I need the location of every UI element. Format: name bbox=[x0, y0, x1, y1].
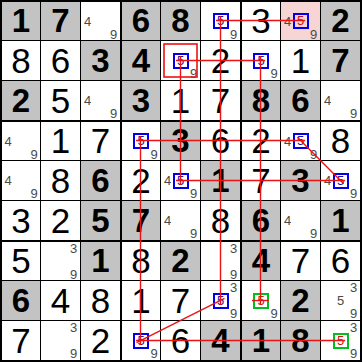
solved-digit: 8 bbox=[201, 201, 240, 240]
given-digit: 4 bbox=[122, 41, 160, 80]
cell-r7c7[interactable]: 4 bbox=[242, 242, 280, 280]
candidate-4[interactable]: 4 bbox=[161, 214, 174, 227]
solved-digit: 2 bbox=[242, 122, 280, 160]
cell-r6c5[interactable]: 49 bbox=[161, 201, 200, 240]
cell-r4c3[interactable]: 7 bbox=[81, 122, 120, 160]
solved-digit: 2 bbox=[81, 321, 120, 360]
given-digit: 8 bbox=[281, 321, 320, 360]
cell-r9c5[interactable]: 6 bbox=[161, 321, 200, 360]
cell-r3c1[interactable]: 2 bbox=[2, 81, 40, 120]
cell-r1c1[interactable]: 1 bbox=[2, 2, 40, 40]
cell-r2c7[interactable]: 59 bbox=[242, 41, 280, 80]
given-digit: 2 bbox=[161, 242, 200, 280]
given-digit: 1 bbox=[242, 321, 280, 360]
cell-r2c3[interactable]: 3 bbox=[81, 41, 120, 80]
cell-r1c4[interactable]: 6 bbox=[122, 2, 160, 40]
cell-r5c7[interactable]: 7 bbox=[242, 161, 280, 200]
solved-digit: 1 bbox=[161, 81, 200, 120]
given-digit: 2 bbox=[2, 81, 40, 120]
cell-r6c7[interactable]: 6 bbox=[242, 201, 280, 240]
solved-digit: 6 bbox=[321, 242, 360, 280]
cell-r3c5[interactable]: 1 bbox=[161, 81, 200, 120]
given-digit: 1 bbox=[321, 201, 360, 240]
solved-digit: 1 bbox=[281, 41, 320, 80]
candidate-9[interactable]: 9 bbox=[347, 347, 360, 360]
cell-r9c1[interactable]: 7 bbox=[2, 321, 40, 360]
cell-r9c8[interactable]: 8 bbox=[281, 321, 320, 360]
candidate-9[interactable]: 9 bbox=[187, 67, 200, 80]
cell-r9c6[interactable]: 4 bbox=[201, 321, 240, 360]
candidate-9[interactable]: 9 bbox=[187, 227, 200, 240]
candidate-9[interactable]: 9 bbox=[227, 28, 240, 41]
cell-r5c4[interactable]: 2 bbox=[122, 161, 160, 200]
cell-r1c6[interactable]: 59 bbox=[201, 2, 240, 40]
cell-r3c8[interactable]: 6 bbox=[281, 81, 320, 120]
given-digit: 3 bbox=[161, 122, 200, 160]
cell-r7c5[interactable]: 2 bbox=[161, 242, 200, 280]
candidate-9[interactable]: 9 bbox=[307, 227, 320, 240]
candidate-9[interactable]: 9 bbox=[307, 28, 320, 41]
cell-r5c9[interactable]: 459 bbox=[321, 161, 360, 200]
cell-r7c2[interactable]: 39 bbox=[41, 242, 80, 280]
cell-r8c9[interactable]: 359 bbox=[321, 281, 360, 320]
cell-r2c5[interactable]: 59 bbox=[161, 41, 200, 80]
cell-r5c8[interactable]: 3 bbox=[281, 161, 320, 200]
given-digit: 8 bbox=[161, 2, 200, 40]
cell-r1c5[interactable]: 8 bbox=[161, 2, 200, 40]
solved-digit: 8 bbox=[2, 41, 40, 80]
candidate-5[interactable]: 5 bbox=[334, 294, 347, 307]
solved-digit: 8 bbox=[41, 161, 80, 200]
cell-r1c7[interactable]: 3 bbox=[242, 2, 280, 40]
cell-r1c3[interactable]: 49 bbox=[81, 2, 120, 40]
candidate-9[interactable]: 9 bbox=[28, 187, 41, 200]
given-digit: 6 bbox=[281, 81, 320, 120]
given-digit: 3 bbox=[281, 161, 320, 200]
candidate-9[interactable]: 9 bbox=[307, 148, 320, 161]
candidate-9[interactable]: 9 bbox=[28, 148, 41, 161]
given-digit: 6 bbox=[2, 281, 40, 320]
cell-r8c7[interactable]: 59 bbox=[242, 281, 280, 320]
solved-digit: 1 bbox=[122, 281, 160, 320]
cell-r5c3[interactable]: 6 bbox=[81, 161, 120, 200]
candidate-9[interactable]: 9 bbox=[227, 307, 240, 320]
solved-digit: 2 bbox=[201, 41, 240, 80]
candidate-3[interactable]: 3 bbox=[227, 281, 240, 294]
solved-digit: 8 bbox=[81, 281, 120, 320]
cell-r3c6[interactable]: 7 bbox=[201, 81, 240, 120]
cell-r4c9[interactable]: 8 bbox=[321, 122, 360, 160]
candidate-9[interactable]: 9 bbox=[148, 347, 161, 360]
cell-r9c2[interactable]: 39 bbox=[41, 321, 80, 360]
given-digit: 6 bbox=[122, 2, 160, 40]
cell-r4c7[interactable]: 2 bbox=[242, 122, 280, 160]
solved-digit: 6 bbox=[161, 321, 200, 360]
candidate-9[interactable]: 9 bbox=[148, 148, 161, 161]
cell-r4c6[interactable]: 6 bbox=[201, 122, 240, 160]
given-digit: 3 bbox=[81, 41, 120, 80]
candidate-9[interactable]: 9 bbox=[67, 268, 80, 281]
given-digit: 6 bbox=[81, 161, 120, 200]
solved-digit: 5 bbox=[2, 242, 40, 280]
solved-digit: 6 bbox=[201, 122, 240, 160]
cell-r1c9[interactable]: 2 bbox=[321, 2, 360, 40]
candidate-4[interactable]: 4 bbox=[281, 214, 294, 227]
cell-r2c6[interactable]: 2 bbox=[201, 41, 240, 80]
solved-digit: 7 bbox=[2, 321, 40, 360]
given-digit: 7 bbox=[41, 2, 80, 40]
cell-r8c4[interactable]: 1 bbox=[122, 281, 160, 320]
solved-digit: 7 bbox=[281, 242, 320, 280]
given-digit: 7 bbox=[122, 201, 160, 240]
given-digit: 4 bbox=[201, 321, 240, 360]
cell-r7c6[interactable]: 39 bbox=[201, 242, 240, 280]
cell-r2c9[interactable]: 7 bbox=[321, 41, 360, 80]
cell-r8c1[interactable]: 6 bbox=[2, 281, 40, 320]
solved-digit: 7 bbox=[242, 161, 280, 200]
given-digit: 1 bbox=[201, 161, 240, 200]
cell-r8c8[interactable]: 2 bbox=[281, 281, 320, 320]
cell-r8c3[interactable]: 8 bbox=[81, 281, 120, 320]
cell-r1c2[interactable]: 7 bbox=[41, 2, 80, 40]
cell-r6c3[interactable]: 5 bbox=[81, 201, 120, 240]
cell-r8c2[interactable]: 4 bbox=[41, 281, 80, 320]
candidate-3[interactable]: 3 bbox=[347, 281, 360, 294]
cell-r7c8[interactable]: 7 bbox=[281, 242, 320, 280]
cell-r6c8[interactable]: 49 bbox=[281, 201, 320, 240]
candidate-9[interactable]: 9 bbox=[268, 307, 281, 320]
cell-r9c3[interactable]: 2 bbox=[81, 321, 120, 360]
solved-digit: 3 bbox=[242, 2, 280, 40]
candidate-4[interactable]: 4 bbox=[2, 174, 15, 187]
cell-r5c1[interactable]: 49 bbox=[2, 161, 40, 200]
given-digit: 8 bbox=[242, 81, 280, 120]
solved-digit: 7 bbox=[161, 281, 200, 320]
given-digit: 1 bbox=[2, 2, 40, 40]
candidate-9[interactable]: 9 bbox=[347, 107, 360, 120]
candidate-3[interactable]: 3 bbox=[67, 321, 80, 334]
sudoku-board: 1749685934592863459259172549317864949175… bbox=[0, 0, 362, 362]
given-digit: 5 bbox=[81, 201, 120, 240]
candidate-9[interactable]: 9 bbox=[107, 107, 120, 120]
cell-r5c6[interactable]: 1 bbox=[201, 161, 240, 200]
candidate-9[interactable]: 9 bbox=[187, 187, 200, 200]
cell-r2c4[interactable]: 4 bbox=[122, 41, 160, 80]
candidate-4[interactable]: 4 bbox=[321, 94, 334, 107]
cell-r8c5[interactable]: 7 bbox=[161, 281, 200, 320]
cell-r4c4[interactable]: 59 bbox=[122, 122, 160, 160]
cell-r6c1[interactable]: 3 bbox=[2, 201, 40, 240]
cell-r2c8[interactable]: 1 bbox=[281, 41, 320, 80]
solved-digit: 8 bbox=[321, 122, 360, 160]
cell-r9c7[interactable]: 1 bbox=[242, 321, 280, 360]
cell-r8c6[interactable]: 359 bbox=[201, 281, 240, 320]
cell-r2c2[interactable]: 6 bbox=[41, 41, 80, 80]
candidate-9[interactable]: 9 bbox=[67, 347, 80, 360]
candidate-9[interactable]: 9 bbox=[268, 67, 281, 80]
solved-digit: 6 bbox=[41, 41, 80, 80]
candidate-4[interactable]: 4 bbox=[81, 94, 94, 107]
solved-digit: 7 bbox=[81, 122, 120, 160]
solved-digit: 3 bbox=[2, 201, 40, 240]
given-digit: 6 bbox=[242, 201, 280, 240]
cell-r7c4[interactable]: 8 bbox=[122, 242, 160, 280]
cell-r7c1[interactable]: 5 bbox=[2, 242, 40, 280]
cell-r3c9[interactable]: 49 bbox=[321, 81, 360, 120]
solved-digit: 7 bbox=[201, 81, 240, 120]
cell-r5c2[interactable]: 8 bbox=[41, 161, 80, 200]
given-digit: 4 bbox=[242, 242, 280, 280]
cell-r4c5[interactable]: 3 bbox=[161, 122, 200, 160]
cell-r3c2[interactable]: 5 bbox=[41, 81, 80, 120]
cell-r4c8[interactable]: 459 bbox=[281, 122, 320, 160]
candidate-9[interactable]: 9 bbox=[227, 268, 240, 281]
cell-r6c9[interactable]: 1 bbox=[321, 201, 360, 240]
candidate-9[interactable]: 9 bbox=[347, 307, 360, 320]
cell-r4c1[interactable]: 49 bbox=[2, 122, 40, 160]
solved-digit: 4 bbox=[41, 281, 80, 320]
cell-r6c4[interactable]: 7 bbox=[122, 201, 160, 240]
cell-r1c8[interactable]: 459 bbox=[281, 2, 320, 40]
given-digit: 1 bbox=[81, 242, 120, 280]
cell-r3c3[interactable]: 49 bbox=[81, 81, 120, 120]
candidate-9[interactable]: 9 bbox=[347, 187, 360, 200]
cell-r9c4[interactable]: 59 bbox=[122, 321, 160, 360]
solved-digit: 2 bbox=[122, 161, 160, 200]
cell-r5c5[interactable]: 459 bbox=[161, 161, 200, 200]
given-digit: 2 bbox=[281, 281, 320, 320]
cell-r3c4[interactable]: 3 bbox=[122, 81, 160, 120]
solved-digit: 2 bbox=[41, 201, 80, 240]
solved-digit: 5 bbox=[41, 81, 80, 120]
candidate-3[interactable]: 3 bbox=[227, 242, 240, 255]
given-digit: 3 bbox=[122, 81, 160, 120]
candidate-3[interactable]: 3 bbox=[67, 242, 80, 255]
cell-r9c9[interactable]: 359 bbox=[321, 321, 360, 360]
candidate-3[interactable]: 3 bbox=[347, 321, 360, 334]
solved-digit: 8 bbox=[122, 242, 160, 280]
cell-r4c2[interactable]: 1 bbox=[41, 122, 80, 160]
cell-r7c3[interactable]: 1 bbox=[81, 242, 120, 280]
cell-r6c6[interactable]: 8 bbox=[201, 201, 240, 240]
candidate-9[interactable]: 9 bbox=[107, 28, 120, 41]
candidate-4[interactable]: 4 bbox=[2, 135, 15, 148]
cell-r6c2[interactable]: 2 bbox=[41, 201, 80, 240]
given-digit: 7 bbox=[321, 41, 360, 80]
candidate-4[interactable]: 4 bbox=[81, 15, 94, 28]
cell-r7c9[interactable]: 6 bbox=[321, 242, 360, 280]
cell-r2c1[interactable]: 8 bbox=[2, 41, 40, 80]
solved-digit: 1 bbox=[41, 122, 80, 160]
cell-r3c7[interactable]: 8 bbox=[242, 81, 280, 120]
given-digit: 2 bbox=[321, 2, 360, 40]
